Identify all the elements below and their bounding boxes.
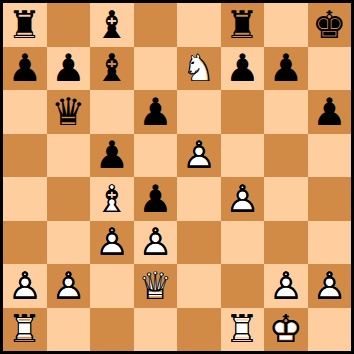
black-bishop-icon: ♝ xyxy=(90,3,134,47)
white-pawn[interactable]: ♟♙ xyxy=(221,177,265,221)
white-pawn[interactable]: ♟♙ xyxy=(177,134,221,178)
square-f6[interactable] xyxy=(221,90,265,134)
square-f1[interactable]: ♜♖ xyxy=(221,308,265,352)
square-g4[interactable] xyxy=(264,177,308,221)
square-e8[interactable] xyxy=(177,3,221,47)
square-a6[interactable] xyxy=(3,90,47,134)
black-pawn[interactable]: ♟ xyxy=(47,47,91,91)
black-pawn[interactable]: ♟ xyxy=(90,134,134,178)
black-pawn[interactable]: ♟ xyxy=(134,90,178,134)
square-a7[interactable]: ♟ xyxy=(3,47,47,91)
square-b3[interactable] xyxy=(47,221,91,265)
square-c1[interactable] xyxy=(90,308,134,352)
square-f5[interactable] xyxy=(221,134,265,178)
square-c5[interactable]: ♟ xyxy=(90,134,134,178)
black-bishop[interactable]: ♝ xyxy=(90,3,134,47)
black-queen-icon: ♛ xyxy=(47,90,91,134)
square-c3[interactable]: ♟♙ xyxy=(90,221,134,265)
square-c4[interactable]: ♝♗ xyxy=(90,177,134,221)
white-king-outline-icon: ♔ xyxy=(264,308,308,352)
square-d5[interactable] xyxy=(134,134,178,178)
square-b5[interactable] xyxy=(47,134,91,178)
square-a2[interactable]: ♟♙ xyxy=(3,264,47,308)
white-pawn-outline-icon: ♙ xyxy=(221,177,265,221)
square-h5[interactable] xyxy=(308,134,352,178)
white-knight[interactable]: ♞♘ xyxy=(177,47,221,91)
black-pawn[interactable]: ♟ xyxy=(221,47,265,91)
square-e4[interactable] xyxy=(177,177,221,221)
white-bishop-outline-icon: ♗ xyxy=(90,177,134,221)
square-c6[interactable] xyxy=(90,90,134,134)
square-c8[interactable]: ♝ xyxy=(90,3,134,47)
white-pawn[interactable]: ♟♙ xyxy=(134,221,178,265)
chess-board: ♜♝♜♚♟♟♝♞♘♟♟♛♟♟♟♟♙♝♗♟♟♙♟♙♟♙♟♙♟♙♛♕♟♙♟♙♜♖♜♖… xyxy=(0,0,354,354)
square-c7[interactable]: ♝ xyxy=(90,47,134,91)
square-e1[interactable] xyxy=(177,308,221,352)
square-a3[interactable] xyxy=(3,221,47,265)
square-f4[interactable]: ♟♙ xyxy=(221,177,265,221)
square-f8[interactable]: ♜ xyxy=(221,3,265,47)
square-h8[interactable]: ♚ xyxy=(308,3,352,47)
black-pawn[interactable]: ♟ xyxy=(134,177,178,221)
square-d6[interactable]: ♟ xyxy=(134,90,178,134)
white-queen-outline-icon: ♕ xyxy=(134,264,178,308)
black-bishop-icon: ♝ xyxy=(90,47,134,91)
black-pawn[interactable]: ♟ xyxy=(3,47,47,91)
square-a8[interactable]: ♜ xyxy=(3,3,47,47)
white-pawn-outline-icon: ♙ xyxy=(264,264,308,308)
square-b7[interactable]: ♟ xyxy=(47,47,91,91)
black-pawn-icon: ♟ xyxy=(264,47,308,91)
white-rook[interactable]: ♜♖ xyxy=(3,308,47,352)
square-g2[interactable]: ♟♙ xyxy=(264,264,308,308)
square-g5[interactable] xyxy=(264,134,308,178)
black-rook[interactable]: ♜ xyxy=(3,3,47,47)
square-b8[interactable] xyxy=(47,3,91,47)
white-knight-outline-icon: ♘ xyxy=(177,47,221,91)
white-pawn[interactable]: ♟♙ xyxy=(264,264,308,308)
white-pawn[interactable]: ♟♙ xyxy=(308,264,352,308)
square-a5[interactable] xyxy=(3,134,47,178)
square-b6[interactable]: ♛ xyxy=(47,90,91,134)
white-pawn-outline-icon: ♙ xyxy=(134,221,178,265)
square-h6[interactable]: ♟ xyxy=(308,90,352,134)
black-rook-icon: ♜ xyxy=(3,3,47,47)
square-b2[interactable]: ♟♙ xyxy=(47,264,91,308)
black-king[interactable]: ♚ xyxy=(308,3,352,47)
square-a1[interactable]: ♜♖ xyxy=(3,308,47,352)
square-d1[interactable] xyxy=(134,308,178,352)
square-f7[interactable]: ♟ xyxy=(221,47,265,91)
black-rook[interactable]: ♜ xyxy=(221,3,265,47)
white-pawn-outline-icon: ♙ xyxy=(3,264,47,308)
black-pawn-icon: ♟ xyxy=(90,134,134,178)
square-a4[interactable] xyxy=(3,177,47,221)
square-c2[interactable] xyxy=(90,264,134,308)
square-g8[interactable] xyxy=(264,3,308,47)
square-d2[interactable]: ♛♕ xyxy=(134,264,178,308)
black-king-icon: ♚ xyxy=(308,3,352,47)
white-pawn-outline-icon: ♙ xyxy=(177,134,221,178)
white-pawn-outline-icon: ♙ xyxy=(47,264,91,308)
square-h2[interactable]: ♟♙ xyxy=(308,264,352,308)
black-pawn-icon: ♟ xyxy=(221,47,265,91)
white-bishop[interactable]: ♝♗ xyxy=(90,177,134,221)
white-queen[interactable]: ♛♕ xyxy=(134,264,178,308)
square-h4[interactable] xyxy=(308,177,352,221)
square-b1[interactable] xyxy=(47,308,91,352)
black-pawn-icon: ♟ xyxy=(134,177,178,221)
black-pawn-icon: ♟ xyxy=(47,47,91,91)
square-g7[interactable]: ♟ xyxy=(264,47,308,91)
square-h7[interactable] xyxy=(308,47,352,91)
white-rook-outline-icon: ♖ xyxy=(221,308,265,352)
square-e6[interactable] xyxy=(177,90,221,134)
square-d4[interactable]: ♟ xyxy=(134,177,178,221)
white-rook[interactable]: ♜♖ xyxy=(221,308,265,352)
square-b4[interactable] xyxy=(47,177,91,221)
white-pawn[interactable]: ♟♙ xyxy=(90,221,134,265)
square-f3[interactable] xyxy=(221,221,265,265)
white-pawn-outline-icon: ♙ xyxy=(308,264,352,308)
white-rook-outline-icon: ♖ xyxy=(3,308,47,352)
square-d8[interactable] xyxy=(134,3,178,47)
white-king[interactable]: ♚♔ xyxy=(264,308,308,352)
square-e3[interactable] xyxy=(177,221,221,265)
black-pawn[interactable]: ♟ xyxy=(264,47,308,91)
square-g1[interactable]: ♚♔ xyxy=(264,308,308,352)
black-pawn-icon: ♟ xyxy=(134,90,178,134)
black-queen[interactable]: ♛ xyxy=(47,90,91,134)
black-pawn-icon: ♟ xyxy=(308,90,352,134)
square-g6[interactable] xyxy=(264,90,308,134)
square-g3[interactable] xyxy=(264,221,308,265)
square-f2[interactable] xyxy=(221,264,265,308)
square-h3[interactable] xyxy=(308,221,352,265)
black-bishop[interactable]: ♝ xyxy=(90,47,134,91)
square-h1[interactable] xyxy=(308,308,352,352)
black-pawn[interactable]: ♟ xyxy=(308,90,352,134)
square-e5[interactable]: ♟♙ xyxy=(177,134,221,178)
square-e2[interactable] xyxy=(177,264,221,308)
square-e7[interactable]: ♞♘ xyxy=(177,47,221,91)
white-pawn[interactable]: ♟♙ xyxy=(47,264,91,308)
black-rook-icon: ♜ xyxy=(221,3,265,47)
square-d3[interactable]: ♟♙ xyxy=(134,221,178,265)
white-pawn-outline-icon: ♙ xyxy=(90,221,134,265)
black-pawn-icon: ♟ xyxy=(3,47,47,91)
white-pawn[interactable]: ♟♙ xyxy=(3,264,47,308)
square-d7[interactable] xyxy=(134,47,178,91)
